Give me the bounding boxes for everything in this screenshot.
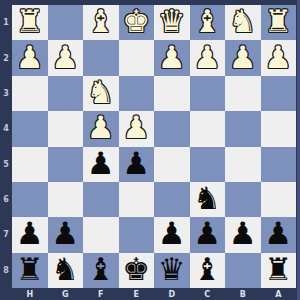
square-g1[interactable] bbox=[48, 5, 84, 40]
square-a6[interactable] bbox=[261, 182, 297, 217]
square-b8[interactable] bbox=[225, 253, 261, 288]
white-pawn: ♟ bbox=[87, 112, 115, 143]
square-a5[interactable] bbox=[261, 147, 297, 182]
file-label-e: E bbox=[119, 288, 155, 300]
black-queen: ♛ bbox=[158, 254, 186, 285]
square-f6[interactable] bbox=[83, 182, 119, 217]
square-e5[interactable]: ♟ bbox=[119, 147, 155, 182]
black-pawn: ♟ bbox=[193, 218, 221, 249]
square-e7[interactable] bbox=[119, 217, 155, 252]
square-c5[interactable] bbox=[190, 147, 226, 182]
square-h5[interactable] bbox=[12, 147, 48, 182]
rank-label-7: 7 bbox=[0, 217, 12, 252]
white-pawn: ♟ bbox=[51, 42, 79, 73]
square-a8[interactable]: ♜ bbox=[261, 253, 297, 288]
rank-label-5: 5 bbox=[0, 147, 12, 182]
square-e2[interactable] bbox=[119, 40, 155, 75]
square-g6[interactable] bbox=[48, 182, 84, 217]
black-bishop: ♝ bbox=[193, 254, 221, 285]
square-h6[interactable] bbox=[12, 182, 48, 217]
square-f5[interactable]: ♟ bbox=[83, 147, 119, 182]
square-h4[interactable] bbox=[12, 111, 48, 146]
rank-label-2: 2 bbox=[0, 40, 12, 75]
square-g3[interactable] bbox=[48, 76, 84, 111]
square-c8[interactable]: ♝ bbox=[190, 253, 226, 288]
square-f1[interactable]: ♝ bbox=[83, 5, 119, 40]
white-pawn: ♟ bbox=[264, 42, 292, 73]
square-e3[interactable] bbox=[119, 76, 155, 111]
square-f3[interactable]: ♞ bbox=[83, 76, 119, 111]
square-d5[interactable] bbox=[154, 147, 190, 182]
square-d2[interactable]: ♟ bbox=[154, 40, 190, 75]
square-d1[interactable]: ♛ bbox=[154, 5, 190, 40]
square-e1[interactable]: ♚ bbox=[119, 5, 155, 40]
square-h8[interactable]: ♜ bbox=[12, 253, 48, 288]
square-d3[interactable] bbox=[154, 76, 190, 111]
square-a7[interactable]: ♟ bbox=[261, 217, 297, 252]
square-h2[interactable]: ♟ bbox=[12, 40, 48, 75]
square-g7[interactable]: ♟ bbox=[48, 217, 84, 252]
black-knight: ♞ bbox=[51, 254, 79, 285]
square-d7[interactable]: ♟ bbox=[154, 217, 190, 252]
square-b7[interactable]: ♟ bbox=[225, 217, 261, 252]
file-label-g: G bbox=[48, 288, 84, 300]
white-bishop: ♝ bbox=[193, 6, 221, 37]
black-pawn: ♟ bbox=[87, 148, 115, 179]
square-f7[interactable] bbox=[83, 217, 119, 252]
file-label-f: F bbox=[83, 288, 119, 300]
board-frame-edge bbox=[297, 0, 300, 300]
file-label-a: A bbox=[261, 288, 297, 300]
file-label-c: C bbox=[190, 288, 226, 300]
black-pawn: ♟ bbox=[229, 218, 257, 249]
rank-label-1: 1 bbox=[0, 5, 12, 40]
square-e6[interactable] bbox=[119, 182, 155, 217]
square-f8[interactable]: ♝ bbox=[83, 253, 119, 288]
black-knight: ♞ bbox=[193, 183, 221, 214]
black-pawn: ♟ bbox=[122, 148, 150, 179]
square-e4[interactable]: ♟ bbox=[119, 111, 155, 146]
white-rook: ♜ bbox=[264, 6, 292, 37]
black-bishop: ♝ bbox=[87, 254, 115, 285]
black-pawn: ♟ bbox=[264, 218, 292, 249]
square-g8[interactable]: ♞ bbox=[48, 253, 84, 288]
square-g5[interactable] bbox=[48, 147, 84, 182]
square-a3[interactable] bbox=[261, 76, 297, 111]
square-h7[interactable]: ♟ bbox=[12, 217, 48, 252]
white-pawn: ♟ bbox=[193, 42, 221, 73]
black-rook: ♜ bbox=[264, 254, 292, 285]
rank-label-4: 4 bbox=[0, 111, 12, 146]
square-b5[interactable] bbox=[225, 147, 261, 182]
square-c7[interactable]: ♟ bbox=[190, 217, 226, 252]
square-b6[interactable] bbox=[225, 182, 261, 217]
white-king: ♚ bbox=[122, 6, 150, 37]
file-label-d: D bbox=[154, 288, 190, 300]
square-e8[interactable]: ♚ bbox=[119, 253, 155, 288]
square-a2[interactable]: ♟ bbox=[261, 40, 297, 75]
white-knight: ♞ bbox=[87, 77, 115, 108]
square-b1[interactable]: ♞ bbox=[225, 5, 261, 40]
white-queen: ♛ bbox=[158, 6, 186, 37]
black-pawn: ♟ bbox=[51, 218, 79, 249]
white-pawn: ♟ bbox=[158, 42, 186, 73]
black-rook: ♜ bbox=[16, 254, 44, 285]
file-label-b: B bbox=[225, 288, 261, 300]
square-a4[interactable] bbox=[261, 111, 297, 146]
square-c3[interactable] bbox=[190, 76, 226, 111]
square-c1[interactable]: ♝ bbox=[190, 5, 226, 40]
rank-label-3: 3 bbox=[0, 76, 12, 111]
square-b2[interactable]: ♟ bbox=[225, 40, 261, 75]
white-pawn: ♟ bbox=[122, 112, 150, 143]
black-king: ♚ bbox=[122, 254, 150, 285]
square-d6[interactable] bbox=[154, 182, 190, 217]
square-h3[interactable] bbox=[12, 76, 48, 111]
square-g2[interactable]: ♟ bbox=[48, 40, 84, 75]
white-pawn: ♟ bbox=[16, 42, 44, 73]
square-c2[interactable]: ♟ bbox=[190, 40, 226, 75]
square-d4[interactable] bbox=[154, 111, 190, 146]
square-f4[interactable]: ♟ bbox=[83, 111, 119, 146]
square-b3[interactable] bbox=[225, 76, 261, 111]
file-labels: HGFEDCBA bbox=[12, 288, 296, 300]
square-d8[interactable]: ♛ bbox=[154, 253, 190, 288]
chess-diagram: 12345678 ♜♝♚♛♝♞♜♟♟♟♟♟♟♞♟♟♟♟♞♟♟♟♟♟♟♜♞♝♚♛♝… bbox=[0, 0, 300, 300]
square-b4[interactable] bbox=[225, 111, 261, 146]
black-pawn: ♟ bbox=[16, 218, 44, 249]
rank-label-6: 6 bbox=[0, 182, 12, 217]
square-g4[interactable] bbox=[48, 111, 84, 146]
rank-labels: 12345678 bbox=[0, 5, 12, 288]
square-f2[interactable] bbox=[83, 40, 119, 75]
rank-label-8: 8 bbox=[0, 253, 12, 288]
black-pawn: ♟ bbox=[158, 218, 186, 249]
square-c6[interactable]: ♞ bbox=[190, 182, 226, 217]
white-rook: ♜ bbox=[16, 6, 44, 37]
chess-board: ♜♝♚♛♝♞♜♟♟♟♟♟♟♞♟♟♟♟♞♟♟♟♟♟♟♜♞♝♚♛♝♜ bbox=[12, 5, 296, 288]
white-pawn: ♟ bbox=[229, 42, 257, 73]
white-bishop: ♝ bbox=[87, 6, 115, 37]
square-a1[interactable]: ♜ bbox=[261, 5, 297, 40]
square-h1[interactable]: ♜ bbox=[12, 5, 48, 40]
file-label-h: H bbox=[12, 288, 48, 300]
white-knight: ♞ bbox=[229, 6, 257, 37]
square-c4[interactable] bbox=[190, 111, 226, 146]
